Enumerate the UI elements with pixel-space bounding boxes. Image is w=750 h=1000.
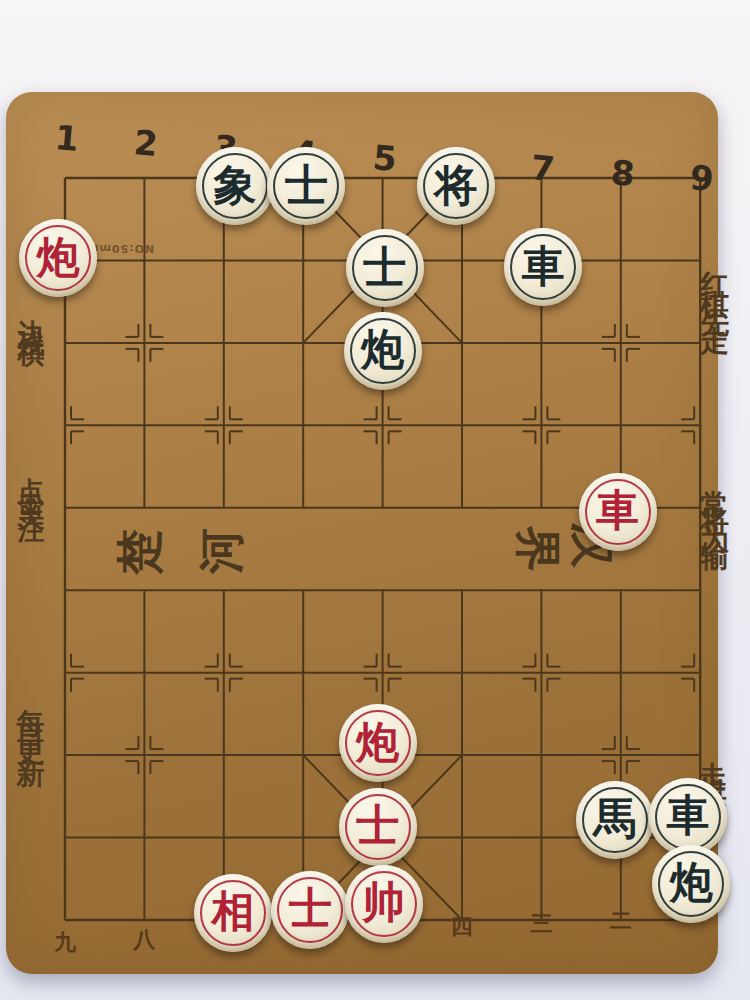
piece-glyph: 相: [211, 890, 254, 933]
river-char-chu: 楚: [109, 529, 171, 575]
piece-glyph: 象: [213, 164, 256, 207]
piece-red-advisor[interactable]: 士: [339, 788, 417, 866]
left-margin-text-3: 每日更新: [16, 686, 44, 750]
piece-glyph: 車: [596, 489, 639, 532]
piece-glyph: 将: [435, 164, 478, 207]
piece-black-advisor[interactable]: 士: [346, 229, 424, 307]
piece-red-cannon[interactable]: 炮: [339, 704, 417, 782]
piece-black-cannon[interactable]: 炮: [652, 845, 730, 923]
left-margin-text-2: 点击关注: [18, 456, 45, 504]
piece-black-elephant[interactable]: 象: [196, 147, 274, 225]
piece-black-general[interactable]: 将: [417, 147, 495, 225]
top-file-label-8: 8: [609, 152, 636, 194]
top-file-label-5: 5: [371, 137, 398, 179]
piece-red-advisor[interactable]: 士: [271, 871, 349, 949]
right-margin-text-2: 常将为输: [700, 466, 729, 534]
piece-black-chariot[interactable]: 車: [649, 778, 727, 856]
bottom-file-label-7: 三: [530, 909, 552, 939]
piece-glyph: 士: [356, 804, 399, 847]
bottom-file-label-6: 四: [451, 912, 473, 942]
river-char-he: 河: [191, 528, 253, 574]
top-file-label-2: 2: [133, 122, 160, 164]
bottom-file-label-8: 二: [610, 906, 632, 936]
piece-red-elephant[interactable]: 相: [194, 874, 272, 952]
piece-glyph: 車: [667, 794, 710, 837]
piece-black-cannon[interactable]: 炮: [344, 312, 422, 390]
piece-glyph: 炮: [356, 721, 399, 764]
piece-glyph: 士: [363, 246, 406, 289]
top-file-label-1: 1: [53, 117, 80, 159]
piece-red-general[interactable]: 帅: [345, 865, 423, 943]
piece-black-advisor[interactable]: 士: [267, 147, 345, 225]
top-file-label-9: 9: [688, 157, 715, 199]
bottom-file-label-2: 八: [133, 925, 155, 955]
piece-glyph: 士: [285, 164, 328, 207]
top-file-label-7: 7: [530, 147, 557, 189]
piece-glyph: 帅: [362, 881, 405, 924]
piece-glyph: 炮: [670, 861, 713, 904]
piece-red-chariot[interactable]: 車: [579, 473, 657, 551]
piece-glyph: 炮: [37, 236, 80, 279]
piece-glyph: 炮: [361, 328, 404, 371]
piece-glyph: 車: [522, 245, 565, 288]
piece-black-horse[interactable]: 馬: [576, 781, 654, 859]
right-margin-text-1: 红棋先走: [700, 248, 729, 320]
piece-glyph: 士: [289, 887, 332, 930]
river-char-jie: 界: [506, 526, 568, 572]
piece-red-cannon[interactable]: 炮: [19, 219, 97, 297]
right-margin-text-3: 走棋: [698, 738, 727, 770]
piece-glyph: 馬: [593, 797, 636, 840]
left-margin-text-1: 边残棋: [18, 298, 45, 328]
bottom-file-label-1: 九: [54, 928, 76, 958]
